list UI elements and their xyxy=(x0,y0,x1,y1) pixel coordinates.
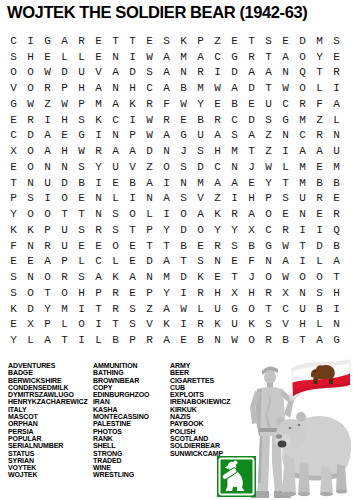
grid-cell: E xyxy=(5,112,22,128)
grid-cell: I xyxy=(311,222,328,238)
grid-cell: A xyxy=(124,269,141,285)
grid-cell: O xyxy=(260,206,277,222)
grid-cell: C xyxy=(5,33,22,49)
grid-cell: N xyxy=(226,159,243,175)
grid-cell: G xyxy=(226,301,243,317)
grid-cell: T xyxy=(175,254,192,270)
grid-cell: S xyxy=(124,301,141,317)
grid-cell: O xyxy=(22,65,39,81)
word-list-item: POPULAR xyxy=(8,435,88,442)
grid-cell: S xyxy=(277,191,294,207)
grid-cell: A xyxy=(158,128,175,144)
grid-cell: E xyxy=(277,206,294,222)
grid-cell: F xyxy=(158,96,175,112)
grid-cell: I xyxy=(158,206,175,222)
grid-cell: D xyxy=(192,159,209,175)
grid-cell: I xyxy=(90,317,107,333)
grid-cell: R xyxy=(73,33,90,49)
grid-cell: A xyxy=(158,80,175,96)
grid-cell: K xyxy=(209,206,226,222)
grid-cell: I xyxy=(226,191,243,207)
grid-cell: M xyxy=(328,159,345,175)
grid-cell: H xyxy=(73,80,90,96)
grid-cell: U xyxy=(107,159,124,175)
grid-cell: C xyxy=(209,159,226,175)
word-list-item: DYMITRSZAWLUGO xyxy=(8,391,88,398)
grid-cell: A xyxy=(158,191,175,207)
grid-cell: A xyxy=(243,128,260,144)
grid-cell: T xyxy=(260,49,277,65)
grid-cell: S xyxy=(73,222,90,238)
grid-cell: L xyxy=(141,206,158,222)
word-list-item: EXPLOITS xyxy=(170,391,230,398)
grid-cell: A xyxy=(243,206,260,222)
grid-cell: E xyxy=(5,317,22,333)
grid-cell: V xyxy=(90,65,107,81)
grid-cell: B xyxy=(328,238,345,254)
grid-cell: Y xyxy=(209,222,226,238)
word-list-item: CONDENSEDMILK xyxy=(8,384,88,391)
grid-cell: L xyxy=(328,112,345,128)
grid-cell: N xyxy=(107,49,124,65)
grid-cell: V xyxy=(277,317,294,333)
grid-cell: I xyxy=(124,112,141,128)
grid-cell: N xyxy=(141,269,158,285)
grid-cell: T xyxy=(226,269,243,285)
grid-cell: E xyxy=(5,254,22,270)
grid-cell: E xyxy=(56,128,73,144)
grid-cell: R xyxy=(90,143,107,159)
grid-cell: Q xyxy=(294,65,311,81)
grid-cell: I xyxy=(209,65,226,81)
word-list-item: PHOTOS xyxy=(93,428,149,435)
grid-cell: T xyxy=(260,301,277,317)
word-list-item: STATUS xyxy=(8,450,88,457)
grid-cell: I xyxy=(328,301,345,317)
grid-cell: K xyxy=(175,33,192,49)
grid-cell: R xyxy=(141,96,158,112)
grid-cell: A xyxy=(277,49,294,65)
grid-cell: I xyxy=(90,175,107,191)
word-list-item: IRAN xyxy=(93,398,149,405)
word-list-item: BERWICKSHIRE xyxy=(8,377,88,384)
grid-cell: T xyxy=(5,175,22,191)
grid-cell: R xyxy=(192,65,209,81)
grid-cell: R xyxy=(158,112,175,128)
grid-cell: P xyxy=(73,96,90,112)
grid-cell: S xyxy=(73,112,90,128)
word-list-item: BATHING xyxy=(93,369,149,376)
word-list-item: PAYBOOK xyxy=(170,420,230,427)
grid-cell: B xyxy=(243,238,260,254)
grid-cell: K xyxy=(22,222,39,238)
grid-cell: H xyxy=(73,285,90,301)
grid-cell: R xyxy=(260,285,277,301)
grid-cell: C xyxy=(260,222,277,238)
grid-cell: W xyxy=(56,96,73,112)
grid-cell: E xyxy=(107,175,124,191)
grid-cell: S xyxy=(5,269,22,285)
grid-cell: P xyxy=(39,222,56,238)
grid-cell: W xyxy=(141,49,158,65)
word-list-column-1: ADVENTURESBADGEBERWICKSHIRECONDENSEDMILK… xyxy=(8,362,88,479)
grid-cell: A xyxy=(107,143,124,159)
grid-cell: W xyxy=(141,128,158,144)
grid-cell: S xyxy=(124,317,141,333)
grid-cell: E xyxy=(90,49,107,65)
grid-cell: W xyxy=(73,143,90,159)
grid-cell: W xyxy=(141,112,158,128)
grid-cell: J xyxy=(243,159,260,175)
word-list-item: SHELL xyxy=(93,442,149,449)
word-list-item: RANK xyxy=(93,435,149,442)
grid-cell: O xyxy=(5,65,22,81)
grid-cell: P xyxy=(141,222,158,238)
grid-cell: K xyxy=(192,269,209,285)
grid-cell: K xyxy=(5,222,22,238)
grid-cell: B xyxy=(277,332,294,348)
grid-cell: K xyxy=(209,317,226,333)
grid-cell: M xyxy=(294,175,311,191)
grid-cell: B xyxy=(311,175,328,191)
grid-cell: P xyxy=(5,191,22,207)
grid-cell: T xyxy=(328,269,345,285)
polish-flag-bear-image xyxy=(289,356,353,406)
grid-cell: E xyxy=(22,254,39,270)
grid-cell: S xyxy=(73,159,90,175)
grid-cell: A xyxy=(294,143,311,159)
grid-cell: H xyxy=(294,317,311,333)
grid-cell: A xyxy=(158,65,175,81)
word-list-item: CIGARETTES xyxy=(170,377,230,384)
grid-cell: O xyxy=(294,269,311,285)
grid-cell: G xyxy=(175,128,192,144)
grid-cell: P xyxy=(192,33,209,49)
grid-cell: G xyxy=(328,332,345,348)
grid-cell: N xyxy=(107,80,124,96)
grid-cell: T xyxy=(107,317,124,333)
grid-cell: K xyxy=(124,96,141,112)
grid-cell: Z xyxy=(260,143,277,159)
grid-cell: N xyxy=(158,143,175,159)
grid-cell: O xyxy=(158,159,175,175)
grid-cell: S xyxy=(22,191,39,207)
grid-cell: F xyxy=(311,96,328,112)
grid-cell: T xyxy=(90,301,107,317)
grid-cell: E xyxy=(328,49,345,65)
grid-cell: X xyxy=(243,222,260,238)
grid-cell: W xyxy=(260,159,277,175)
grid-cell: A xyxy=(328,254,345,270)
grid-cell: N xyxy=(39,159,56,175)
grid-cell: Y xyxy=(39,301,56,317)
grid-cell: L xyxy=(311,317,328,333)
grid-cell: A xyxy=(141,175,158,191)
grid-cell: R xyxy=(56,269,73,285)
grid-cell: H xyxy=(22,49,39,65)
grid-cell: U xyxy=(226,317,243,333)
grid-cell: Z xyxy=(141,301,158,317)
grid-cell: T xyxy=(124,33,141,49)
grid-cell: Y xyxy=(158,222,175,238)
word-list-item: WINE xyxy=(93,464,149,471)
grid-cell: A xyxy=(158,332,175,348)
grid-cell: S xyxy=(158,33,175,49)
grid-cell: C xyxy=(277,96,294,112)
word-list-item: BROWNBEAR xyxy=(93,377,149,384)
grid-cell: T xyxy=(141,238,158,254)
grid-cell: S xyxy=(5,49,22,65)
grid-cell: U xyxy=(192,128,209,144)
grid-cell: I xyxy=(22,33,39,49)
grid-cell: E xyxy=(5,159,22,175)
grid-cell: C xyxy=(277,301,294,317)
grid-cell: A xyxy=(158,301,175,317)
grid-cell: D xyxy=(243,80,260,96)
grid-cell: A xyxy=(39,332,56,348)
grid-cell: O xyxy=(243,301,260,317)
word-list-item: AMMUNITION xyxy=(93,362,149,369)
grid-cell: R xyxy=(277,222,294,238)
grid-cell: L xyxy=(311,80,328,96)
grid-cell: R xyxy=(311,128,328,144)
grid-cell: R xyxy=(209,238,226,254)
grid-cell: I xyxy=(73,301,90,317)
grid-cell: B xyxy=(328,175,345,191)
grid-cell: N xyxy=(22,175,39,191)
grid-cell: A xyxy=(260,65,277,81)
grid-cell: R xyxy=(107,285,124,301)
grid-cell: A xyxy=(209,128,226,144)
grid-cell: N xyxy=(141,191,158,207)
grid-cell: O xyxy=(192,222,209,238)
grid-cell: C xyxy=(107,112,124,128)
grid-cell: I xyxy=(39,112,56,128)
grid-cell: G xyxy=(73,128,90,144)
grid-cell: A xyxy=(311,332,328,348)
grid-cell: L xyxy=(107,191,124,207)
grid-cell: Y xyxy=(90,159,107,175)
grid-cell: I xyxy=(294,222,311,238)
grid-cell: R xyxy=(107,301,124,317)
grid-cell: K xyxy=(243,317,260,333)
grid-cell: R xyxy=(39,80,56,96)
word-list-item: ORPHAN xyxy=(8,420,88,427)
grid-cell: U xyxy=(260,96,277,112)
grid-cell: S xyxy=(107,206,124,222)
grid-cell: X xyxy=(277,285,294,301)
grid-cell: E xyxy=(39,49,56,65)
word-list-item: NAZIS xyxy=(170,413,230,420)
grid-cell: O xyxy=(22,159,39,175)
grid-cell: R xyxy=(260,332,277,348)
grid-cell: K xyxy=(90,112,107,128)
grid-cell: A xyxy=(311,143,328,159)
grid-cell: T xyxy=(124,222,141,238)
grid-cell: W xyxy=(277,238,294,254)
grid-cell: E xyxy=(192,238,209,254)
grid-cell: D xyxy=(22,128,39,144)
grid-cell: S xyxy=(328,33,345,49)
grid-cell: E xyxy=(226,33,243,49)
grid-cell: T xyxy=(39,285,56,301)
grid-cell: W xyxy=(277,80,294,96)
word-list-item: BEER xyxy=(170,369,230,376)
grid-cell: N xyxy=(260,254,277,270)
grid-cell: B xyxy=(226,96,243,112)
grid-cell: A xyxy=(277,254,294,270)
grid-cell: S xyxy=(5,285,22,301)
grid-cell: E xyxy=(243,175,260,191)
grid-cell: T xyxy=(73,206,90,222)
grid-cell: R xyxy=(90,222,107,238)
grid-cell: T xyxy=(260,80,277,96)
grid-cell: A xyxy=(209,175,226,191)
grid-cell: N xyxy=(328,128,345,144)
word-list-item: HENRYKZACHAREWICZ xyxy=(8,398,88,405)
grid-cell: N xyxy=(294,206,311,222)
grid-cell: L xyxy=(73,49,90,65)
grid-cell: S xyxy=(107,222,124,238)
grid-cell: H xyxy=(243,191,260,207)
word-list-item: SOLDIERBEAR xyxy=(170,442,230,449)
grid-cell: L xyxy=(192,301,209,317)
grid-cell: S xyxy=(260,317,277,333)
grid-cell: R xyxy=(243,49,260,65)
grid-cell: M xyxy=(294,159,311,175)
grid-cell: D xyxy=(22,301,39,317)
grid-cell: E xyxy=(90,33,107,49)
grid-cell: T xyxy=(243,143,260,159)
grid-cell: M xyxy=(56,301,73,317)
grid-cell: X xyxy=(5,143,22,159)
grid-cell: H xyxy=(56,112,73,128)
grid-cell: O xyxy=(22,285,39,301)
grid-cell: T xyxy=(294,332,311,348)
grid-cell: U xyxy=(328,143,345,159)
grid-cell: P xyxy=(90,285,107,301)
grid-cell: B xyxy=(175,80,192,96)
grid-cell: R xyxy=(328,65,345,81)
grid-cell: S xyxy=(175,191,192,207)
grid-cell: O xyxy=(260,269,277,285)
word-list-item: PERSIA xyxy=(8,428,88,435)
grid-cell: A xyxy=(158,49,175,65)
word-list-column-3: ARMYBEERCIGARETTESCUBEXPLOITSIRENABOKIEW… xyxy=(170,362,230,457)
grid-cell: R xyxy=(209,112,226,128)
grid-cell: I xyxy=(175,317,192,333)
grid-cell: R xyxy=(22,112,39,128)
grid-cell: O xyxy=(73,317,90,333)
grid-cell: I xyxy=(39,191,56,207)
grid-cell: N xyxy=(294,285,311,301)
grid-cell: P xyxy=(124,128,141,144)
grid-cell: K xyxy=(107,269,124,285)
grid-cell: A xyxy=(90,269,107,285)
grid-cell: B xyxy=(175,238,192,254)
grid-cell: O xyxy=(22,80,39,96)
grid-cell: A xyxy=(107,65,124,81)
grid-cell: D xyxy=(175,269,192,285)
grid-cell: E xyxy=(226,254,243,270)
grid-cell: A xyxy=(39,128,56,144)
grid-cell: L xyxy=(22,332,39,348)
grid-cell: N xyxy=(277,128,294,144)
word-list-item: KIRKUK xyxy=(170,406,230,413)
grid-cell: I xyxy=(124,191,141,207)
grid-cell: V xyxy=(124,159,141,175)
grid-cell: T xyxy=(277,175,294,191)
grid-cell: N xyxy=(175,65,192,81)
grid-cell: O xyxy=(243,332,260,348)
grid-cell: E xyxy=(124,254,141,270)
grid-cell: D xyxy=(56,175,73,191)
grid-cell: U xyxy=(56,238,73,254)
grid-cell: G xyxy=(5,96,22,112)
grid-cell: N xyxy=(90,191,107,207)
grid-cell: D xyxy=(226,65,243,81)
grid-cell: Y xyxy=(311,49,328,65)
grid-cell: Z xyxy=(260,128,277,144)
grid-cell: O xyxy=(56,285,73,301)
grid-cell: Y xyxy=(260,175,277,191)
grid-cell: R xyxy=(328,206,345,222)
grid-cell: P xyxy=(39,317,56,333)
grid-cell: U xyxy=(294,191,311,207)
grid-cell: O xyxy=(124,206,141,222)
grid-cell: S xyxy=(226,128,243,144)
grid-cell: Y xyxy=(5,206,22,222)
grid-cell: S xyxy=(192,254,209,270)
grid-cell: Y xyxy=(158,285,175,301)
word-list-item: PALESTINE xyxy=(93,420,149,427)
word-list-item: SERIALNUMBER xyxy=(8,442,88,449)
grid-cell: E xyxy=(175,112,192,128)
word-list-item: VOYTEK xyxy=(8,464,88,471)
grid-cell: M xyxy=(158,269,175,285)
grid-cell: P xyxy=(124,332,141,348)
grid-cell: A xyxy=(107,96,124,112)
grid-cell: O xyxy=(294,49,311,65)
grid-cell: I xyxy=(90,128,107,144)
grid-cell: N xyxy=(22,269,39,285)
grid-cell: O xyxy=(39,269,56,285)
grid-cell: T xyxy=(56,206,73,222)
grid-cell: X xyxy=(226,285,243,301)
word-list-item: SYRIAN xyxy=(8,457,88,464)
grid-cell: S xyxy=(260,112,277,128)
grid-cell: S xyxy=(175,159,192,175)
grid-cell: T xyxy=(158,238,175,254)
grid-cell: U xyxy=(39,175,56,191)
grid-cell: Z xyxy=(209,33,226,49)
grid-cell: A xyxy=(90,80,107,96)
grid-cell: C xyxy=(90,254,107,270)
grid-cell: I xyxy=(124,49,141,65)
grid-cell: M xyxy=(311,33,328,49)
word-list-item: ITALY xyxy=(8,406,88,413)
grid-cell: R xyxy=(226,206,243,222)
grid-cell: I xyxy=(175,285,192,301)
grid-cell: A xyxy=(39,143,56,159)
grid-cell: O xyxy=(39,206,56,222)
grid-cell: W xyxy=(39,65,56,81)
grid-cell: Z xyxy=(311,112,328,128)
grid-cell: E xyxy=(311,159,328,175)
grid-cell: E xyxy=(73,238,90,254)
grid-cell: H xyxy=(243,285,260,301)
grid-cell: O xyxy=(294,80,311,96)
